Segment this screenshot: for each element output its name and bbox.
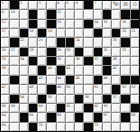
clue-number: 13	[57, 20, 61, 24]
white-cell[interactable]	[1, 76, 9, 84]
black-cell	[57, 104, 65, 112]
black-cell	[84, 104, 92, 112]
white-cell[interactable]	[20, 20, 28, 28]
clue-number: 53	[131, 85, 135, 89]
white-cell[interactable]: 23	[38, 38, 46, 46]
black-cell	[94, 113, 102, 121]
white-cell[interactable]	[112, 113, 120, 121]
white-cell[interactable]	[38, 48, 46, 56]
white-cell[interactable]	[121, 66, 129, 74]
white-cell[interactable]	[84, 10, 92, 18]
white-cell[interactable]: 2	[20, 1, 28, 9]
white-cell[interactable]	[29, 1, 37, 9]
white-cell[interactable]	[47, 38, 55, 46]
white-cell[interactable]: 15	[103, 20, 111, 28]
clue-number: 10	[11, 10, 15, 14]
white-cell[interactable]: 54	[20, 95, 28, 103]
white-cell[interactable]: 13	[57, 20, 65, 28]
black-cell	[47, 113, 55, 121]
white-cell[interactable]	[38, 20, 46, 28]
black-cell	[112, 29, 120, 37]
black-cell	[10, 76, 18, 84]
white-cell[interactable]	[29, 66, 37, 74]
black-cell	[84, 20, 92, 28]
clue-number: 20	[122, 29, 126, 33]
white-cell[interactable]: 8⊛	[112, 1, 120, 9]
white-cell[interactable]	[75, 29, 83, 37]
clue-number: 9	[2, 10, 4, 14]
clue-number: 69	[2, 123, 6, 127]
clue-number: 63	[103, 104, 107, 108]
white-cell[interactable]	[103, 85, 111, 93]
white-cell[interactable]: 35	[57, 57, 65, 65]
clue-number: 58	[2, 104, 6, 108]
white-cell[interactable]: 68	[131, 113, 139, 121]
black-cell	[94, 48, 102, 56]
clue-number: 49	[57, 85, 61, 89]
white-cell[interactable]	[10, 57, 18, 65]
white-cell[interactable]: 43	[38, 76, 46, 84]
white-cell[interactable]: 53	[131, 85, 139, 93]
white-cell[interactable]: 71	[94, 123, 102, 131]
white-cell[interactable]: 59	[10, 104, 18, 112]
clue-number: 65	[29, 113, 33, 117]
black-cell	[103, 57, 111, 65]
white-cell[interactable]	[1, 38, 9, 46]
white-cell[interactable]: 60	[38, 104, 46, 112]
clue-number: 24	[76, 38, 80, 42]
white-cell[interactable]	[112, 104, 120, 112]
white-cell[interactable]: 55	[47, 95, 55, 103]
black-cell	[121, 10, 129, 18]
white-cell[interactable]: 17	[1, 29, 9, 37]
black-cell	[131, 10, 139, 18]
white-cell[interactable]: 36	[75, 57, 83, 65]
black-cell	[121, 95, 129, 103]
black-cell	[66, 38, 74, 46]
clue-number: 56	[85, 95, 89, 99]
white-cell[interactable]	[75, 66, 83, 74]
white-cell[interactable]	[94, 10, 102, 18]
clue-number: 66	[57, 113, 61, 117]
clue-number: 11	[57, 10, 61, 14]
circle-mark-icon: ⊙	[133, 3, 138, 8]
white-cell[interactable]: 42	[112, 66, 120, 74]
black-cell	[94, 76, 102, 84]
black-cell	[57, 66, 65, 74]
white-cell[interactable]	[10, 123, 18, 131]
black-cell	[20, 48, 28, 56]
clue-number: 51	[94, 85, 98, 89]
clue-number: 38	[113, 57, 117, 61]
white-cell[interactable]	[47, 104, 55, 112]
clue-number: 47	[2, 85, 6, 89]
white-cell[interactable]: 47	[1, 85, 9, 93]
white-cell[interactable]	[75, 104, 83, 112]
white-cell[interactable]: 40	[47, 66, 55, 74]
white-cell[interactable]	[47, 123, 55, 131]
white-cell[interactable]	[10, 66, 18, 74]
black-cell	[29, 10, 37, 18]
white-cell[interactable]	[84, 85, 92, 93]
clue-number: 27	[11, 48, 15, 52]
white-cell[interactable]	[103, 29, 111, 37]
clue-number: 22	[20, 38, 24, 42]
black-cell	[29, 76, 37, 84]
white-cell[interactable]	[38, 57, 46, 65]
white-cell[interactable]	[57, 123, 65, 131]
black-cell	[84, 57, 92, 65]
clue-number: 70	[39, 123, 43, 127]
white-cell[interactable]: 19	[47, 29, 55, 37]
black-cell	[121, 38, 129, 46]
clue-number: 44	[57, 76, 61, 80]
white-cell[interactable]: 63	[103, 104, 111, 112]
clue-number: 26	[2, 48, 6, 52]
black-cell	[131, 20, 139, 28]
white-cell[interactable]: 25	[112, 38, 120, 46]
white-cell[interactable]: 10	[10, 10, 18, 18]
white-cell[interactable]	[75, 85, 83, 93]
white-cell[interactable]: 48	[29, 85, 37, 93]
white-cell[interactable]: 70	[38, 123, 46, 131]
white-cell[interactable]: 65	[29, 113, 37, 121]
white-cell[interactable]	[94, 38, 102, 46]
clue-number: 62	[94, 104, 98, 108]
white-cell[interactable]	[57, 95, 65, 103]
white-cell[interactable]: 28	[29, 48, 37, 56]
black-cell	[20, 113, 28, 121]
white-cell[interactable]: 26	[1, 48, 9, 56]
white-cell[interactable]: 20	[121, 29, 129, 37]
white-cell[interactable]	[66, 57, 74, 65]
white-cell[interactable]: 7	[94, 1, 102, 9]
black-cell	[121, 76, 129, 84]
white-cell[interactable]	[66, 29, 74, 37]
white-cell[interactable]: 18	[29, 29, 37, 37]
white-cell[interactable]: 24	[75, 38, 83, 46]
clue-number: 2	[20, 1, 22, 5]
black-cell	[103, 10, 111, 18]
white-cell[interactable]	[131, 38, 139, 46]
white-cell[interactable]	[20, 10, 28, 18]
white-cell[interactable]: 38	[112, 57, 120, 65]
white-cell[interactable]: 39	[1, 66, 9, 74]
white-cell[interactable]: 62	[94, 104, 102, 112]
white-cell[interactable]: 11	[57, 10, 65, 18]
white-cell[interactable]: 6	[75, 1, 83, 9]
clue-number: 37	[94, 57, 98, 61]
clue-number: 36	[76, 57, 80, 61]
black-cell	[75, 95, 83, 103]
white-cell[interactable]	[20, 123, 28, 131]
white-cell[interactable]: 49	[57, 85, 65, 93]
white-cell[interactable]: 32	[121, 48, 129, 56]
black-cell	[20, 29, 28, 37]
white-cell[interactable]: 9	[1, 10, 9, 18]
white-cell[interactable]: 57	[112, 95, 120, 103]
white-cell[interactable]: 61	[66, 104, 74, 112]
black-cell	[10, 38, 18, 46]
clue-number: 14	[94, 20, 98, 24]
white-cell[interactable]: 52	[121, 85, 129, 93]
clue-number: 7	[94, 1, 96, 5]
clue-number: 28	[29, 48, 33, 52]
white-cell[interactable]: 56	[84, 95, 92, 103]
white-cell[interactable]: 66	[57, 113, 65, 121]
white-cell[interactable]	[121, 104, 129, 112]
white-cell[interactable]: 67	[103, 113, 111, 121]
white-cell[interactable]	[84, 29, 92, 37]
white-cell[interactable]: 22	[20, 38, 28, 46]
black-cell	[75, 48, 83, 56]
clue-number: 25	[113, 38, 117, 42]
black-cell	[103, 66, 111, 74]
clue-number: 60	[39, 104, 43, 108]
white-cell[interactable]	[84, 38, 92, 46]
white-cell[interactable]	[121, 123, 129, 131]
crossword-grid: 12345678⊛⊠⊙91011121314151617181920212223…	[1, 1, 139, 131]
white-cell[interactable]	[84, 66, 92, 74]
white-cell[interactable]: 1	[1, 1, 9, 9]
white-cell[interactable]: 45	[75, 76, 83, 84]
white-cell[interactable]	[121, 57, 129, 65]
black-cell	[131, 104, 139, 112]
black-cell	[38, 66, 46, 74]
clue-number: 16	[122, 20, 126, 24]
clue-number: 40	[48, 66, 52, 70]
black-cell	[75, 113, 83, 121]
white-cell[interactable]: 34	[20, 57, 28, 65]
black-cell	[112, 85, 120, 93]
clue-number: 55	[48, 95, 52, 99]
clue-number: 67	[103, 113, 107, 117]
white-cell[interactable]: 58	[1, 104, 9, 112]
white-cell[interactable]	[112, 10, 120, 18]
white-cell[interactable]: ⊙	[131, 1, 139, 9]
clue-number: 41	[66, 66, 70, 70]
clue-number: 31	[103, 48, 107, 52]
white-cell[interactable]	[20, 66, 28, 74]
white-cell[interactable]	[131, 66, 139, 74]
white-cell[interactable]	[75, 123, 83, 131]
clue-number: 17	[2, 29, 6, 33]
clue-number: 32	[122, 48, 126, 52]
clue-number: 34	[20, 57, 24, 61]
clue-number: 23	[39, 38, 43, 42]
white-cell[interactable]	[131, 48, 139, 56]
black-cell	[84, 1, 92, 9]
clue-number: 12	[2, 20, 6, 24]
white-cell[interactable]	[103, 38, 111, 46]
black-cell	[47, 57, 55, 65]
white-cell[interactable]	[94, 66, 102, 74]
clue-number: 64	[2, 113, 6, 117]
white-cell[interactable]	[10, 113, 18, 121]
white-cell[interactable]: 64	[1, 113, 9, 121]
white-cell[interactable]: 31	[103, 48, 111, 56]
clue-number: 3	[39, 1, 41, 5]
crossword-puzzle: 12345678⊛⊠⊙91011121314151617181920212223…	[0, 0, 140, 132]
black-cell	[29, 20, 37, 28]
clue-number: 1	[2, 1, 4, 5]
white-cell[interactable]: ⊠	[121, 1, 129, 9]
black-cell	[47, 10, 55, 18]
white-cell[interactable]	[112, 20, 120, 28]
white-cell[interactable]: 37	[94, 57, 102, 65]
black-cell	[47, 20, 55, 28]
white-cell[interactable]: 46	[103, 76, 111, 84]
white-cell[interactable]: 16	[121, 20, 129, 28]
black-cell	[66, 76, 74, 84]
white-cell[interactable]	[112, 76, 120, 84]
black-cell	[121, 113, 129, 121]
white-cell[interactable]	[1, 95, 9, 103]
white-cell[interactable]: 41	[66, 66, 74, 74]
white-cell[interactable]	[94, 95, 102, 103]
clue-number: 42	[113, 66, 117, 70]
clue-number: 4	[57, 1, 59, 5]
clue-number: 21	[131, 29, 135, 33]
clue-number: 30	[66, 48, 70, 52]
white-cell[interactable]	[47, 76, 55, 84]
clue-number: 68	[131, 113, 135, 117]
black-cell	[47, 85, 55, 93]
white-cell[interactable]: 51	[94, 85, 102, 93]
white-cell[interactable]: 33	[1, 57, 9, 65]
black-cell	[103, 95, 111, 103]
white-cell[interactable]	[57, 29, 65, 37]
clue-number: 45	[76, 76, 80, 80]
white-cell[interactable]: 21	[131, 29, 139, 37]
black-cell	[57, 38, 65, 46]
clue-number: 39	[2, 66, 6, 70]
clue-number: 52	[122, 85, 126, 89]
black-cell	[29, 123, 37, 131]
white-cell[interactable]	[112, 48, 120, 56]
white-cell[interactable]	[38, 113, 46, 121]
clue-number: 50	[66, 85, 70, 89]
white-cell[interactable]	[20, 104, 28, 112]
black-cell	[10, 1, 18, 9]
black-cell	[29, 57, 37, 65]
white-cell[interactable]	[131, 57, 139, 65]
white-cell[interactable]: 50	[66, 85, 74, 93]
white-cell[interactable]	[10, 85, 18, 93]
white-cell[interactable]	[66, 20, 74, 28]
white-cell[interactable]	[29, 38, 37, 46]
white-cell[interactable]	[20, 85, 28, 93]
white-cell[interactable]: 14	[94, 20, 102, 28]
clue-number: 29	[57, 48, 61, 52]
clue-number: 57	[113, 95, 117, 99]
white-cell[interactable]	[84, 113, 92, 121]
white-cell[interactable]: 3	[38, 1, 46, 9]
white-cell[interactable]	[66, 113, 74, 121]
clue-number: 59	[11, 104, 15, 108]
black-cell	[131, 76, 139, 84]
clue-number: 54	[20, 95, 24, 99]
clue-number: 33	[2, 57, 6, 61]
clue-number: 5	[66, 1, 68, 5]
white-cell[interactable]	[38, 10, 46, 18]
white-cell[interactable]	[66, 95, 74, 103]
black-cell	[38, 95, 46, 103]
white-cell[interactable]	[10, 20, 18, 28]
white-cell[interactable]	[131, 123, 139, 131]
white-cell[interactable]	[66, 123, 74, 131]
white-cell[interactable]	[84, 76, 92, 84]
white-cell[interactable]: 69	[1, 123, 9, 131]
black-cell	[94, 29, 102, 37]
circle-mark-icon: ⊠	[123, 3, 128, 8]
white-cell[interactable]	[131, 95, 139, 103]
clue-number: 35	[57, 57, 61, 61]
white-cell[interactable]	[75, 20, 83, 28]
white-cell[interactable]	[38, 85, 46, 93]
black-cell	[29, 104, 37, 112]
clue-number: 46	[103, 76, 107, 80]
white-cell[interactable]	[75, 10, 83, 18]
clue-number: 61	[66, 104, 70, 108]
white-cell[interactable]	[10, 29, 18, 37]
black-cell	[10, 95, 18, 103]
clue-number: 18	[29, 29, 33, 33]
white-cell[interactable]: 5	[66, 1, 74, 9]
black-cell	[84, 123, 92, 131]
white-cell[interactable]: 30	[66, 48, 74, 56]
white-cell[interactable]	[66, 10, 74, 18]
black-cell	[47, 48, 55, 56]
white-cell[interactable]: 12	[1, 20, 9, 28]
white-cell[interactable]: 44	[57, 76, 65, 84]
white-cell[interactable]	[103, 123, 111, 131]
clue-number: 71	[94, 123, 98, 127]
white-cell[interactable]	[84, 48, 92, 56]
circle-mark-icon: ⊛	[114, 3, 119, 8]
black-cell	[38, 29, 46, 37]
white-cell[interactable]: 29	[57, 48, 65, 56]
white-cell[interactable]	[103, 1, 111, 9]
white-cell[interactable]	[112, 123, 120, 131]
white-cell[interactable]	[47, 1, 55, 9]
white-cell[interactable]: 27	[10, 48, 18, 56]
clue-number: 43	[39, 76, 43, 80]
white-cell[interactable]	[20, 76, 28, 84]
clue-number: 15	[103, 20, 107, 24]
clue-number: 48	[29, 85, 33, 89]
clue-number: 6	[76, 1, 78, 5]
white-cell[interactable]	[29, 95, 37, 103]
white-cell[interactable]: 4	[57, 1, 65, 9]
clue-number: 19	[48, 29, 52, 33]
